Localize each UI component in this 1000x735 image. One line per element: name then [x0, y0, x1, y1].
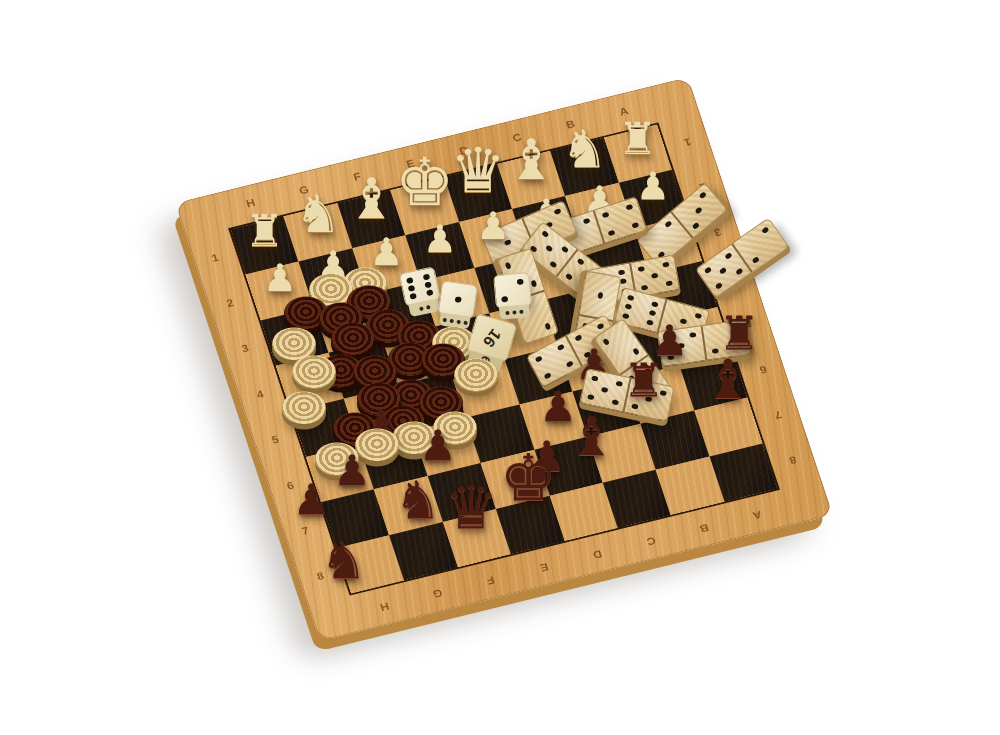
pip [624, 303, 632, 310]
pip [461, 304, 471, 313]
pip [409, 293, 416, 300]
light-checker[interactable] [282, 392, 326, 425]
white-rook[interactable]: ♜ [245, 208, 284, 252]
white-pawn[interactable]: ♟ [423, 219, 457, 257]
pip [662, 262, 670, 268]
pip [508, 294, 517, 303]
dark-pawn[interactable]: ♟ [293, 479, 331, 521]
domino-5-2[interactable] [695, 217, 789, 298]
pip [622, 312, 630, 319]
pip [565, 273, 574, 281]
dark-bishop[interactable]: ♝ [567, 410, 615, 464]
pip [618, 269, 626, 275]
pip [625, 204, 633, 211]
pip [549, 260, 558, 268]
pip [601, 387, 609, 393]
white-pawn[interactable]: ♟ [263, 259, 297, 297]
dark-rook[interactable]: ♜ [623, 357, 664, 403]
pip [607, 229, 615, 236]
pip [687, 339, 701, 350]
pip [641, 284, 649, 290]
light-checker[interactable] [292, 356, 336, 389]
light-checker[interactable] [454, 359, 498, 392]
pip [544, 323, 551, 331]
pip [596, 292, 602, 300]
white-pawn[interactable]: ♟ [476, 206, 510, 244]
pip [426, 289, 433, 296]
pip [587, 394, 595, 400]
die-showing-6[interactable] [398, 266, 443, 318]
pip [424, 281, 431, 288]
pip [636, 272, 650, 283]
pip [501, 296, 508, 302]
pip [591, 376, 599, 382]
pip [517, 279, 524, 285]
pip [423, 273, 430, 280]
white-knight[interactable]: ♞ [561, 123, 608, 175]
pip [596, 394, 610, 406]
die-showing-2[interactable] [493, 272, 533, 320]
pip [601, 302, 612, 316]
pip [565, 361, 573, 369]
pip [416, 289, 426, 299]
pip [648, 310, 656, 317]
pip [610, 387, 624, 399]
pip [652, 406, 666, 418]
dark-bishop[interactable]: ♝ [704, 353, 752, 407]
white-rook[interactable]: ♜ [618, 117, 657, 161]
pip [543, 372, 551, 380]
pip [688, 348, 702, 359]
pip [455, 296, 462, 303]
pip [585, 287, 596, 301]
pip [651, 273, 659, 279]
white-pawn[interactable]: ♟ [636, 167, 670, 205]
pip [582, 218, 590, 225]
pip [735, 267, 743, 275]
white-knight[interactable]: ♞ [295, 188, 342, 240]
pip [600, 375, 614, 387]
pip [661, 268, 675, 279]
pip [691, 222, 699, 230]
domino-half [579, 271, 620, 319]
pip [602, 211, 610, 218]
pip [631, 221, 639, 228]
pip [603, 290, 614, 304]
dark-pawn[interactable]: ♟ [419, 425, 457, 467]
dark-knight[interactable]: ♞ [320, 534, 367, 586]
white-bishop[interactable]: ♝ [346, 172, 396, 228]
dark-knight[interactable]: ♞ [394, 473, 441, 525]
pip [530, 280, 537, 288]
pip [517, 294, 526, 303]
pip [407, 285, 414, 292]
dark-king[interactable]: ♚ [500, 445, 557, 509]
pip [592, 301, 603, 315]
pip [689, 332, 696, 338]
dark-queen[interactable]: ♛ [444, 477, 498, 537]
white-bishop[interactable]: ♝ [506, 132, 556, 188]
pip [715, 281, 723, 289]
white-king[interactable]: ♚ [395, 150, 454, 216]
pip [650, 280, 664, 291]
white-pawn[interactable]: ♟ [369, 233, 403, 271]
dark-checker[interactable] [331, 323, 375, 356]
dark-pawn[interactable]: ♟ [333, 451, 371, 493]
pip [638, 266, 646, 272]
pip [586, 382, 600, 394]
pip [752, 256, 760, 264]
pip [650, 301, 658, 308]
pip [499, 287, 508, 296]
pip [596, 276, 607, 290]
product-photo-scene: HH11GG22FF33EE44DD55CC66BB77AA88 ♜♞♝♚♛♝♞… [0, 0, 1000, 735]
pip [694, 312, 702, 319]
pip [626, 294, 634, 301]
pip [406, 277, 413, 284]
pip [539, 210, 554, 223]
pip [505, 262, 512, 270]
pip [615, 381, 623, 387]
die-showing-1[interactable] [436, 280, 478, 330]
pip [647, 261, 661, 272]
pieces-layer: ♜♞♝♚♛♝♞♜♟♟♟♟♟♟♟♟♟♞♟♟♞♛♟♚♟♟♝♟♜♟♝♜1664 [0, 0, 1000, 735]
pip [665, 280, 673, 286]
white-queen[interactable]: ♛ [450, 140, 506, 202]
